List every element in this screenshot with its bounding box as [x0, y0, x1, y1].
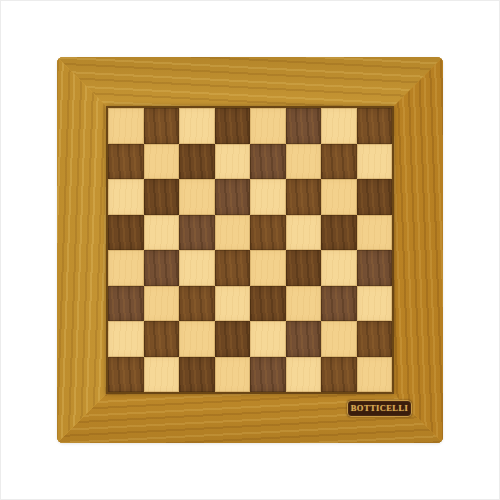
square-d4[interactable] — [215, 250, 251, 286]
square-e1[interactable] — [250, 357, 286, 393]
square-c1[interactable] — [179, 357, 215, 393]
square-f6[interactable] — [286, 179, 322, 215]
square-b8[interactable] — [144, 108, 180, 144]
square-g4[interactable] — [321, 250, 357, 286]
square-d1[interactable] — [215, 357, 251, 393]
square-h8[interactable] — [357, 108, 393, 144]
square-a8[interactable] — [108, 108, 144, 144]
square-e3[interactable] — [250, 286, 286, 322]
square-c4[interactable] — [179, 250, 215, 286]
square-c7[interactable] — [179, 144, 215, 180]
square-c2[interactable] — [179, 321, 215, 357]
square-c6[interactable] — [179, 179, 215, 215]
square-f4[interactable] — [286, 250, 322, 286]
square-b1[interactable] — [144, 357, 180, 393]
square-g3[interactable] — [321, 286, 357, 322]
square-e8[interactable] — [250, 108, 286, 144]
square-e5[interactable] — [250, 215, 286, 251]
square-c8[interactable] — [179, 108, 215, 144]
square-d5[interactable] — [215, 215, 251, 251]
square-h5[interactable] — [357, 215, 393, 251]
square-c5[interactable] — [179, 215, 215, 251]
square-f1[interactable] — [286, 357, 322, 393]
square-b3[interactable] — [144, 286, 180, 322]
square-g1[interactable] — [321, 357, 357, 393]
square-b6[interactable] — [144, 179, 180, 215]
square-c3[interactable] — [179, 286, 215, 322]
square-g7[interactable] — [321, 144, 357, 180]
square-g6[interactable] — [321, 179, 357, 215]
square-g8[interactable] — [321, 108, 357, 144]
square-a7[interactable] — [108, 144, 144, 180]
chess-board — [106, 106, 394, 394]
square-g5[interactable] — [321, 215, 357, 251]
square-b2[interactable] — [144, 321, 180, 357]
square-e6[interactable] — [250, 179, 286, 215]
brand-label: BOTTICELLI — [351, 404, 408, 413]
square-b5[interactable] — [144, 215, 180, 251]
square-e4[interactable] — [250, 250, 286, 286]
square-a2[interactable] — [108, 321, 144, 357]
square-g2[interactable] — [321, 321, 357, 357]
square-h3[interactable] — [357, 286, 393, 322]
brand-plaque: BOTTICELLI — [347, 400, 412, 417]
square-a4[interactable] — [108, 250, 144, 286]
square-a3[interactable] — [108, 286, 144, 322]
square-f7[interactable] — [286, 144, 322, 180]
square-d3[interactable] — [215, 286, 251, 322]
square-e2[interactable] — [250, 321, 286, 357]
square-h4[interactable] — [357, 250, 393, 286]
product-photo-background: BOTTICELLI — [0, 0, 500, 500]
square-d7[interactable] — [215, 144, 251, 180]
square-h7[interactable] — [357, 144, 393, 180]
square-d6[interactable] — [215, 179, 251, 215]
square-d2[interactable] — [215, 321, 251, 357]
square-a6[interactable] — [108, 179, 144, 215]
square-f8[interactable] — [286, 108, 322, 144]
square-d8[interactable] — [215, 108, 251, 144]
square-b4[interactable] — [144, 250, 180, 286]
square-b7[interactable] — [144, 144, 180, 180]
square-f5[interactable] — [286, 215, 322, 251]
square-h6[interactable] — [357, 179, 393, 215]
board-frame: BOTTICELLI — [57, 57, 443, 443]
square-h2[interactable] — [357, 321, 393, 357]
square-a1[interactable] — [108, 357, 144, 393]
square-f3[interactable] — [286, 286, 322, 322]
square-h1[interactable] — [357, 357, 393, 393]
square-e7[interactable] — [250, 144, 286, 180]
square-a5[interactable] — [108, 215, 144, 251]
square-f2[interactable] — [286, 321, 322, 357]
